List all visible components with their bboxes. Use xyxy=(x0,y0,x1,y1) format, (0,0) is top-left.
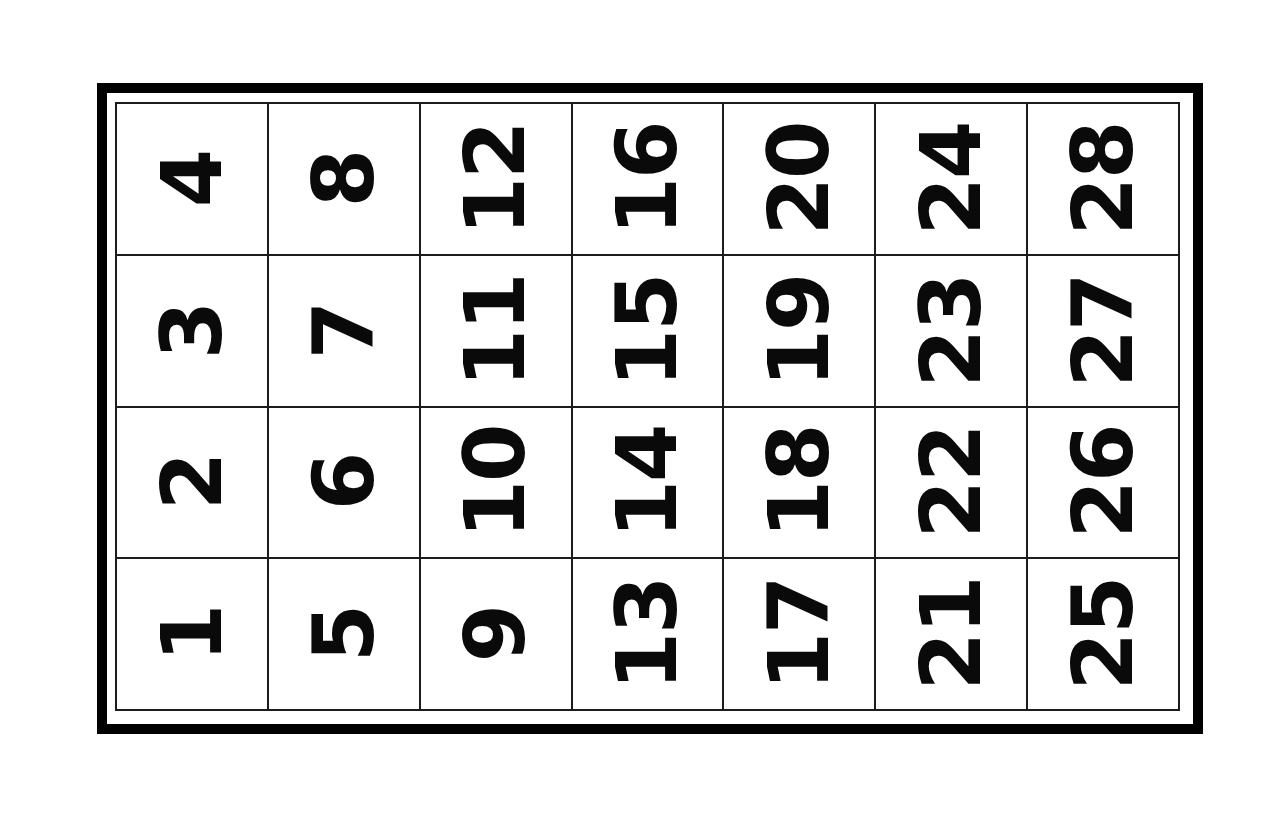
grid-cell-r3c1: 2 xyxy=(117,408,267,558)
grid-cell-r2c1: 3 xyxy=(117,256,267,406)
grid-cell-r4c6: 21 xyxy=(876,559,1026,709)
grid-cell-r2c2: 7 xyxy=(269,256,419,406)
cell-number: 21 xyxy=(909,578,993,691)
grid-cell-r2c4: 15 xyxy=(573,256,723,406)
grid-cell-r2c5: 19 xyxy=(724,256,874,406)
cell-number: 5 xyxy=(302,606,386,662)
grid-cell-r1c7: 28 xyxy=(1028,104,1178,254)
cell-number: 27 xyxy=(1061,274,1145,387)
grid-cell-r1c6: 24 xyxy=(876,104,1026,254)
grid-cell-r3c7: 26 xyxy=(1028,408,1178,558)
cell-number: 20 xyxy=(757,122,841,235)
grid-cell-r2c3: 11 xyxy=(421,256,571,406)
cell-number: 22 xyxy=(909,426,993,539)
grid-cell-r1c3: 12 xyxy=(421,104,571,254)
cell-number: 2 xyxy=(150,454,234,510)
grid-cell-r1c2: 8 xyxy=(269,104,419,254)
cell-number: 4 xyxy=(150,151,234,207)
cell-number: 14 xyxy=(605,426,689,539)
grid-cell-r3c5: 18 xyxy=(724,408,874,558)
grid-cell-r3c4: 14 xyxy=(573,408,723,558)
grid-cell-r3c2: 6 xyxy=(269,408,419,558)
cell-number: 16 xyxy=(605,122,689,235)
cell-number: 7 xyxy=(302,302,386,358)
cell-number: 23 xyxy=(909,274,993,387)
cell-number: 24 xyxy=(909,122,993,235)
grid-cell-r2c7: 27 xyxy=(1028,256,1178,406)
number-grid: 4812162024283711151923272610141822261591… xyxy=(115,102,1180,711)
grid-cell-r3c6: 22 xyxy=(876,408,1026,558)
cell-number: 28 xyxy=(1061,122,1145,235)
cell-number: 25 xyxy=(1061,578,1145,691)
cell-number: 19 xyxy=(757,274,841,387)
grid-cell-r3c3: 10 xyxy=(421,408,571,558)
cell-number: 3 xyxy=(150,302,234,358)
cell-number: 12 xyxy=(454,122,538,235)
grid-cell-r2c6: 23 xyxy=(876,256,1026,406)
grid-cell-r4c7: 25 xyxy=(1028,559,1178,709)
grid-cell-r4c3: 9 xyxy=(421,559,571,709)
grid-cell-r1c4: 16 xyxy=(573,104,723,254)
cell-number: 15 xyxy=(605,274,689,387)
grid-cell-r1c1: 4 xyxy=(117,104,267,254)
cell-number: 18 xyxy=(757,426,841,539)
chart-outer-frame: 4812162024283711151923272610141822261591… xyxy=(97,83,1203,734)
cell-number: 13 xyxy=(605,578,689,691)
grid-cell-r4c2: 5 xyxy=(269,559,419,709)
grid-cell-r4c4: 13 xyxy=(573,559,723,709)
grid-cell-r4c5: 17 xyxy=(724,559,874,709)
grid-cell-r4c1: 1 xyxy=(117,559,267,709)
cell-number: 26 xyxy=(1061,426,1145,539)
cell-number: 6 xyxy=(302,454,386,510)
cell-number: 9 xyxy=(454,606,538,662)
cell-number: 8 xyxy=(302,151,386,207)
cell-number: 17 xyxy=(757,578,841,691)
cell-number: 11 xyxy=(454,274,538,387)
grid-cell-r1c5: 20 xyxy=(724,104,874,254)
cell-number: 1 xyxy=(150,606,234,662)
cell-number: 10 xyxy=(454,426,538,539)
